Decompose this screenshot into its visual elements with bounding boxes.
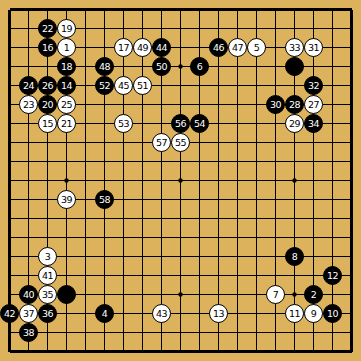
move-number: 5 — [254, 42, 259, 52]
black-stone: 28 — [285, 95, 304, 114]
black-stone: 8 — [285, 247, 304, 266]
white-stone: 31 — [304, 38, 323, 57]
move-number: 53 — [118, 118, 129, 128]
move-number: 54 — [194, 118, 205, 128]
move-number: 19 — [61, 23, 72, 33]
black-stone: 22 — [38, 19, 57, 38]
black-stone: 36 — [38, 304, 57, 323]
move-number: 43 — [156, 308, 167, 318]
move-number: 20 — [42, 99, 53, 109]
move-number: 4 — [102, 308, 107, 318]
white-stone: 47 — [228, 38, 247, 57]
move-number: 39 — [61, 194, 72, 204]
move-number: 57 — [156, 137, 167, 147]
white-stone: 49 — [133, 38, 152, 57]
white-stone: 25 — [57, 95, 76, 114]
move-number: 9 — [311, 308, 316, 318]
black-stone: 52 — [95, 76, 114, 95]
white-stone: 19 — [57, 19, 76, 38]
go-board[interactable]: 1234567891011121314151617181920212223242… — [0, 0, 361, 361]
move-number: 51 — [137, 80, 148, 90]
white-stone: 55 — [171, 133, 190, 152]
black-stone: 44 — [152, 38, 171, 57]
move-number: 48 — [99, 61, 110, 71]
black-stone: 32 — [304, 76, 323, 95]
white-stone: 13 — [209, 304, 228, 323]
black-stone: 56 — [171, 114, 190, 133]
black-stone: 30 — [266, 95, 285, 114]
move-number: 41 — [42, 270, 53, 280]
move-number: 30 — [270, 99, 281, 109]
move-number: 24 — [23, 80, 34, 90]
move-number: 52 — [99, 80, 110, 90]
white-stone: 45 — [114, 76, 133, 95]
move-number: 28 — [289, 99, 300, 109]
black-stone: 14 — [57, 76, 76, 95]
black-stone: 12 — [323, 266, 342, 285]
black-stone — [57, 285, 76, 304]
white-stone: 41 — [38, 266, 57, 285]
move-number: 7 — [273, 289, 278, 299]
move-number: 35 — [42, 289, 53, 299]
move-number: 55 — [175, 137, 186, 147]
move-number: 13 — [213, 308, 224, 318]
stones-layer: 1234567891011121314151617181920212223242… — [0, 0, 361, 361]
move-number: 38 — [23, 327, 34, 337]
move-number: 8 — [292, 251, 297, 261]
move-number: 14 — [61, 80, 72, 90]
move-number: 1 — [64, 42, 69, 52]
move-number: 27 — [308, 99, 319, 109]
move-number: 2 — [311, 289, 316, 299]
black-stone: 26 — [38, 76, 57, 95]
move-number: 22 — [42, 23, 53, 33]
white-stone: 27 — [304, 95, 323, 114]
black-stone: 18 — [57, 57, 76, 76]
move-number: 18 — [61, 61, 72, 71]
move-number: 25 — [61, 99, 72, 109]
black-stone: 24 — [19, 76, 38, 95]
move-number: 49 — [137, 42, 148, 52]
white-stone: 37 — [19, 304, 38, 323]
white-stone: 3 — [38, 247, 57, 266]
black-stone: 50 — [152, 57, 171, 76]
move-number: 6 — [197, 61, 202, 71]
black-stone: 4 — [95, 304, 114, 323]
move-number: 45 — [118, 80, 129, 90]
move-number: 46 — [213, 42, 224, 52]
move-number: 31 — [308, 42, 319, 52]
black-stone: 58 — [95, 190, 114, 209]
white-stone: 15 — [38, 114, 57, 133]
white-stone: 5 — [247, 38, 266, 57]
white-stone: 53 — [114, 114, 133, 133]
move-number: 36 — [42, 308, 53, 318]
move-number: 56 — [175, 118, 186, 128]
black-stone: 16 — [38, 38, 57, 57]
white-stone: 1 — [57, 38, 76, 57]
white-stone: 43 — [152, 304, 171, 323]
move-number: 32 — [308, 80, 319, 90]
move-number: 12 — [327, 270, 338, 280]
move-number: 15 — [42, 118, 53, 128]
move-number: 33 — [289, 42, 300, 52]
move-number: 17 — [118, 42, 129, 52]
white-stone: 51 — [133, 76, 152, 95]
move-number: 42 — [4, 308, 15, 318]
move-number: 40 — [23, 289, 34, 299]
move-number: 21 — [61, 118, 72, 128]
black-stone: 20 — [38, 95, 57, 114]
move-number: 16 — [42, 42, 53, 52]
move-number: 34 — [308, 118, 319, 128]
move-number: 37 — [23, 308, 34, 318]
white-stone: 33 — [285, 38, 304, 57]
move-number: 23 — [23, 99, 34, 109]
white-stone: 23 — [19, 95, 38, 114]
white-stone: 11 — [285, 304, 304, 323]
white-stone: 39 — [57, 190, 76, 209]
black-stone: 42 — [0, 304, 19, 323]
black-stone: 6 — [190, 57, 209, 76]
white-stone: 57 — [152, 133, 171, 152]
white-stone: 7 — [266, 285, 285, 304]
black-stone — [285, 57, 304, 76]
move-number: 29 — [289, 118, 300, 128]
white-stone: 35 — [38, 285, 57, 304]
white-stone: 9 — [304, 304, 323, 323]
move-number: 11 — [289, 308, 300, 318]
move-number: 44 — [156, 42, 167, 52]
move-number: 50 — [156, 61, 167, 71]
black-stone: 48 — [95, 57, 114, 76]
move-number: 10 — [327, 308, 338, 318]
black-stone: 10 — [323, 304, 342, 323]
move-number: 47 — [232, 42, 243, 52]
move-number: 58 — [99, 194, 110, 204]
black-stone: 40 — [19, 285, 38, 304]
white-stone: 17 — [114, 38, 133, 57]
black-stone: 54 — [190, 114, 209, 133]
move-number: 26 — [42, 80, 53, 90]
black-stone: 2 — [304, 285, 323, 304]
black-stone: 46 — [209, 38, 228, 57]
move-number: 3 — [45, 251, 50, 261]
black-stone: 38 — [19, 323, 38, 342]
black-stone: 34 — [304, 114, 323, 133]
white-stone: 21 — [57, 114, 76, 133]
white-stone: 29 — [285, 114, 304, 133]
